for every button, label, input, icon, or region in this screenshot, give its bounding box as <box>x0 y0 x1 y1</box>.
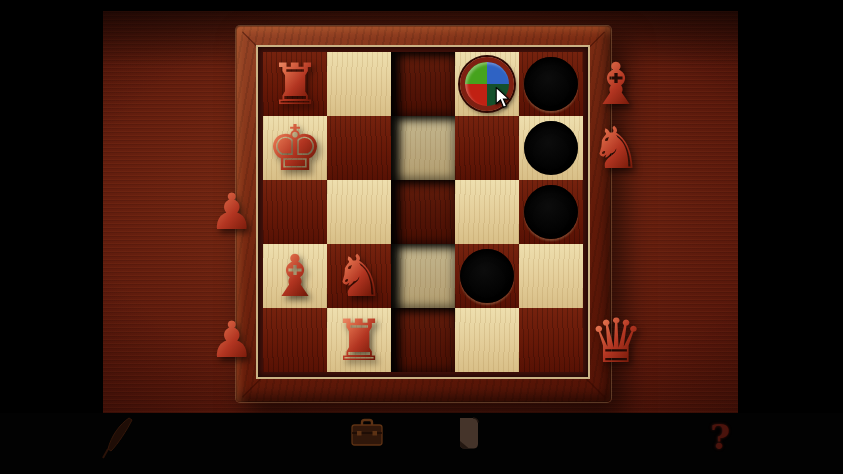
cell-r3c2[interactable] <box>327 180 391 244</box>
piece-king[interactable]: ♚ <box>267 117 323 180</box>
piece-knight[interactable]: ♞ <box>333 247 385 305</box>
cell-r4c5[interactable] <box>519 244 583 308</box>
cell-r2c5[interactable] <box>519 116 583 180</box>
toolbar: ? <box>0 413 843 474</box>
cell-r3c5[interactable] <box>519 180 583 244</box>
game-screen: ♜♚♝♞♜ ♟♟♝♞♛ ? <box>0 0 843 474</box>
cell-r4c2[interactable]: ♞ <box>327 244 391 308</box>
cell-r5c3[interactable] <box>391 308 455 372</box>
briefcase-icon[interactable] <box>349 416 385 448</box>
hole[interactable] <box>460 249 514 303</box>
cell-r4c1[interactable]: ♝ <box>263 244 327 308</box>
hole[interactable] <box>524 57 578 111</box>
cell-r1c1[interactable]: ♜ <box>263 52 327 116</box>
quill-icon[interactable] <box>98 415 140 461</box>
cell-r4c4[interactable] <box>455 244 519 308</box>
cell-r3c4[interactable] <box>455 180 519 244</box>
offboard-piece-queen[interactable]: ♛ <box>584 308 648 372</box>
offboard-piece-pawn[interactable]: ♟ <box>200 308 264 372</box>
cell-r5c4[interactable] <box>455 308 519 372</box>
cell-r1c5[interactable] <box>519 52 583 116</box>
cell-r4c3[interactable] <box>391 244 455 308</box>
cell-r5c2[interactable]: ♜ <box>327 308 391 372</box>
offboard-piece-bishop[interactable]: ♝ <box>584 52 648 116</box>
cell-r1c3[interactable] <box>391 52 455 116</box>
hole[interactable] <box>524 185 578 239</box>
cell-r3c1[interactable] <box>263 180 327 244</box>
cell-r5c1[interactable] <box>263 308 327 372</box>
piece-bishop[interactable]: ♝ <box>269 247 321 305</box>
help-icon[interactable]: ? <box>706 415 734 459</box>
scroll-icon[interactable] <box>456 416 480 451</box>
cell-r3c3[interactable] <box>391 180 455 244</box>
cell-r2c4[interactable] <box>455 116 519 180</box>
board-grid: ♜♚♝♞♜ <box>263 52 583 372</box>
cell-r2c1[interactable]: ♚ <box>263 116 327 180</box>
cell-r5c5[interactable] <box>519 308 583 372</box>
offboard-piece-knight[interactable]: ♞ <box>584 116 648 180</box>
cell-r2c2[interactable] <box>327 116 391 180</box>
piece-rook[interactable]: ♜ <box>269 56 320 113</box>
offboard-piece-pawn[interactable]: ♟ <box>200 180 264 244</box>
cell-r1c2[interactable] <box>327 52 391 116</box>
cell-r2c3[interactable] <box>391 116 455 180</box>
mouse-cursor <box>495 87 510 109</box>
piece-rook[interactable]: ♜ <box>333 312 384 369</box>
hole[interactable] <box>524 121 578 175</box>
